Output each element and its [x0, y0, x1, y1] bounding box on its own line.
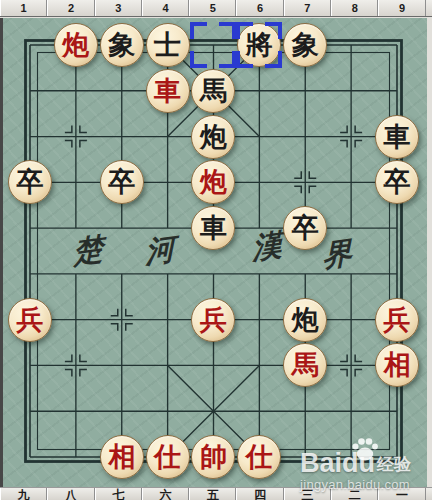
file-label-top-6: 6 — [236, 0, 283, 16]
point-f3-r1[interactable] — [99, 68, 145, 114]
point-f5-r0[interactable] — [191, 22, 237, 68]
point-f4-r8[interactable] — [145, 388, 191, 434]
point-f1-r3[interactable]: 卒 — [7, 159, 53, 205]
point-f2-r6[interactable] — [53, 297, 99, 343]
point-f2-r7[interactable] — [53, 342, 99, 388]
point-f7-r6[interactable]: 炮 — [282, 297, 328, 343]
point-f5-r1[interactable]: 馬 — [191, 68, 237, 114]
point-f6-r3[interactable] — [236, 159, 282, 205]
point-f2-r4[interactable] — [53, 205, 99, 251]
point-f1-r1[interactable] — [7, 68, 53, 114]
file-label-top-9: 9 — [378, 0, 425, 16]
point-f6-r5[interactable] — [236, 251, 282, 297]
piece-red-general[interactable]: 帥 — [191, 435, 235, 479]
piece-red-chariot[interactable]: 車 — [146, 69, 190, 113]
point-f4-r2[interactable] — [145, 114, 191, 160]
point-f4-r3[interactable] — [145, 159, 191, 205]
file-label-bottom-6: 四 — [236, 488, 283, 500]
point-f7-r7[interactable]: 馬 — [282, 342, 328, 388]
piece-black-cannon[interactable]: 炮 — [283, 298, 327, 342]
point-f3-r6[interactable] — [99, 297, 145, 343]
point-f9-r1[interactable] — [374, 68, 420, 114]
point-f8-r5[interactable] — [328, 251, 374, 297]
point-f3-r2[interactable] — [99, 114, 145, 160]
point-f7-r5[interactable] — [282, 251, 328, 297]
point-f4-r0[interactable]: 士 — [145, 22, 191, 68]
point-f9-r3[interactable]: 卒 — [374, 159, 420, 205]
point-f1-r2[interactable] — [7, 114, 53, 160]
point-f3-r0[interactable]: 象 — [99, 22, 145, 68]
point-f6-r7[interactable] — [236, 342, 282, 388]
point-f4-r1[interactable]: 車 — [145, 68, 191, 114]
point-f7-r8[interactable] — [282, 388, 328, 434]
point-f7-r1[interactable] — [282, 68, 328, 114]
point-f6-r8[interactable] — [236, 388, 282, 434]
point-f9-r2[interactable]: 車 — [374, 114, 420, 160]
point-f2-r1[interactable] — [53, 68, 99, 114]
last-move-marker-1 — [190, 22, 236, 68]
piece-black-horse[interactable]: 馬 — [191, 69, 235, 113]
point-f8-r0[interactable] — [328, 22, 374, 68]
piece-black-soldier[interactable]: 卒 — [100, 160, 144, 204]
piece-red-soldier[interactable]: 兵 — [8, 298, 52, 342]
file-label-bottom-4: 六 — [142, 488, 189, 500]
piece-black-cannon[interactable]: 炮 — [191, 115, 235, 159]
point-f9-r4[interactable] — [374, 205, 420, 251]
point-f1-r8[interactable] — [7, 388, 53, 434]
point-f9-r0[interactable] — [374, 22, 420, 68]
point-f8-r3[interactable] — [328, 159, 374, 205]
point-f6-r4[interactable] — [236, 205, 282, 251]
point-f9-r6[interactable]: 兵 — [374, 297, 420, 343]
point-f4-r7[interactable] — [145, 342, 191, 388]
point-f8-r8[interactable] — [328, 388, 374, 434]
watermark-suffix-text: 经验 — [377, 454, 411, 476]
piece-red-cannon[interactable]: 炮 — [54, 23, 98, 67]
point-f2-r0[interactable]: 炮 — [53, 22, 99, 68]
point-f5-r7[interactable] — [191, 342, 237, 388]
paw-icon — [350, 436, 380, 462]
point-f3-r7[interactable] — [99, 342, 145, 388]
piece-red-cannon[interactable]: 炮 — [191, 160, 235, 204]
point-f5-r5[interactable] — [191, 251, 237, 297]
point-f9-r7[interactable]: 相 — [374, 342, 420, 388]
piece-black-soldier[interactable]: 卒 — [8, 160, 52, 204]
file-label-top-3: 3 — [95, 0, 142, 16]
point-f3-r3[interactable]: 卒 — [99, 159, 145, 205]
point-f4-r5[interactable] — [145, 251, 191, 297]
top-file-ruler: 123456789 — [0, 0, 432, 17]
point-f6-r1[interactable] — [236, 68, 282, 114]
piece-red-elephant[interactable]: 相 — [375, 343, 419, 387]
point-f1-r5[interactable] — [7, 251, 53, 297]
piece-black-chariot[interactable]: 車 — [191, 206, 235, 250]
point-f8-r2[interactable] — [328, 114, 374, 160]
point-f2-r5[interactable] — [53, 251, 99, 297]
piece-red-advisor[interactable]: 仕 — [146, 435, 190, 479]
piece-black-soldier[interactable]: 卒 — [283, 206, 327, 250]
point-f5-r9[interactable]: 帥 — [191, 434, 237, 480]
board-intersections: 炮象士將象車馬炮車卒卒炮卒車卒兵兵炮兵馬相相仕帥仕 — [7, 22, 420, 480]
point-f1-r6[interactable]: 兵 — [7, 297, 53, 343]
file-label-top-4: 4 — [142, 0, 189, 16]
point-f5-r6[interactable]: 兵 — [191, 297, 237, 343]
piece-red-horse[interactable]: 馬 — [283, 343, 327, 387]
point-f2-r9[interactable] — [53, 434, 99, 480]
piece-black-advisor[interactable]: 士 — [146, 23, 190, 67]
point-f3-r8[interactable] — [99, 388, 145, 434]
point-f8-r6[interactable] — [328, 297, 374, 343]
point-f3-r9[interactable]: 相 — [99, 434, 145, 480]
file-label-top-1: 1 — [0, 0, 47, 16]
file-label-top-2: 2 — [47, 0, 94, 16]
point-f2-r3[interactable] — [53, 159, 99, 205]
point-f5-r8[interactable] — [191, 388, 237, 434]
piece-red-advisor[interactable]: 仕 — [237, 435, 281, 479]
file-label-top-8: 8 — [331, 0, 378, 16]
point-f6-r0[interactable]: 將 — [236, 22, 282, 68]
watermark-url-text: jingyan.baidu.com — [300, 477, 432, 492]
baidu-watermark: Baidu 经验 jingyan.baidu.com — [300, 450, 432, 492]
point-f9-r8[interactable] — [374, 388, 420, 434]
point-f4-r9[interactable]: 仕 — [145, 434, 191, 480]
point-f8-r7[interactable] — [328, 342, 374, 388]
point-f4-r6[interactable] — [145, 297, 191, 343]
point-f3-r5[interactable] — [99, 251, 145, 297]
point-f6-r2[interactable] — [236, 114, 282, 160]
file-label-top-7: 7 — [284, 0, 331, 16]
point-f7-r4[interactable]: 卒 — [282, 205, 328, 251]
point-f8-r1[interactable] — [328, 68, 374, 114]
point-f2-r2[interactable] — [53, 114, 99, 160]
point-f1-r4[interactable] — [7, 205, 53, 251]
point-f5-r4[interactable]: 車 — [191, 205, 237, 251]
piece-red-elephant[interactable]: 相 — [100, 435, 144, 479]
file-label-bottom-5: 五 — [189, 488, 236, 500]
point-f1-r7[interactable] — [7, 342, 53, 388]
point-f6-r9[interactable]: 仕 — [236, 434, 282, 480]
file-label-bottom-1: 九 — [0, 488, 47, 500]
file-label-bottom-3: 七 — [95, 488, 142, 500]
piece-black-elephant[interactable]: 象 — [100, 23, 144, 67]
point-f7-r3[interactable] — [282, 159, 328, 205]
piece-black-general[interactable]: 將 — [237, 23, 281, 67]
xiangqi-board[interactable]: 楚河漢界 炮象士將象車馬炮車卒卒炮卒車卒兵兵炮兵馬相相仕帥仕 Baidu 经验 … — [0, 18, 427, 487]
file-label-bottom-2: 八 — [47, 488, 94, 500]
point-f5-r3[interactable]: 炮 — [191, 159, 237, 205]
point-f6-r6[interactable] — [236, 297, 282, 343]
point-f9-r5[interactable] — [374, 251, 420, 297]
piece-black-elephant[interactable]: 象 — [283, 23, 327, 67]
point-f5-r2[interactable]: 炮 — [191, 114, 237, 160]
file-label-top-5: 5 — [189, 0, 236, 16]
point-f4-r4[interactable] — [145, 205, 191, 251]
piece-red-soldier[interactable]: 兵 — [191, 298, 235, 342]
piece-black-chariot[interactable]: 車 — [375, 115, 419, 159]
piece-red-soldier[interactable]: 兵 — [375, 298, 419, 342]
point-f7-r2[interactable] — [282, 114, 328, 160]
point-f1-r9[interactable] — [7, 434, 53, 480]
point-f1-r0[interactable] — [7, 22, 53, 68]
point-f7-r0[interactable]: 象 — [282, 22, 328, 68]
point-f2-r8[interactable] — [53, 388, 99, 434]
point-f8-r4[interactable] — [328, 205, 374, 251]
xiangqi-app-window: 123456789 楚河漢界 炮象士將象車馬炮車卒卒炮卒車卒兵兵炮兵馬相相仕帥仕… — [0, 0, 432, 500]
point-f3-r4[interactable] — [99, 205, 145, 251]
piece-black-soldier[interactable]: 卒 — [375, 160, 419, 204]
